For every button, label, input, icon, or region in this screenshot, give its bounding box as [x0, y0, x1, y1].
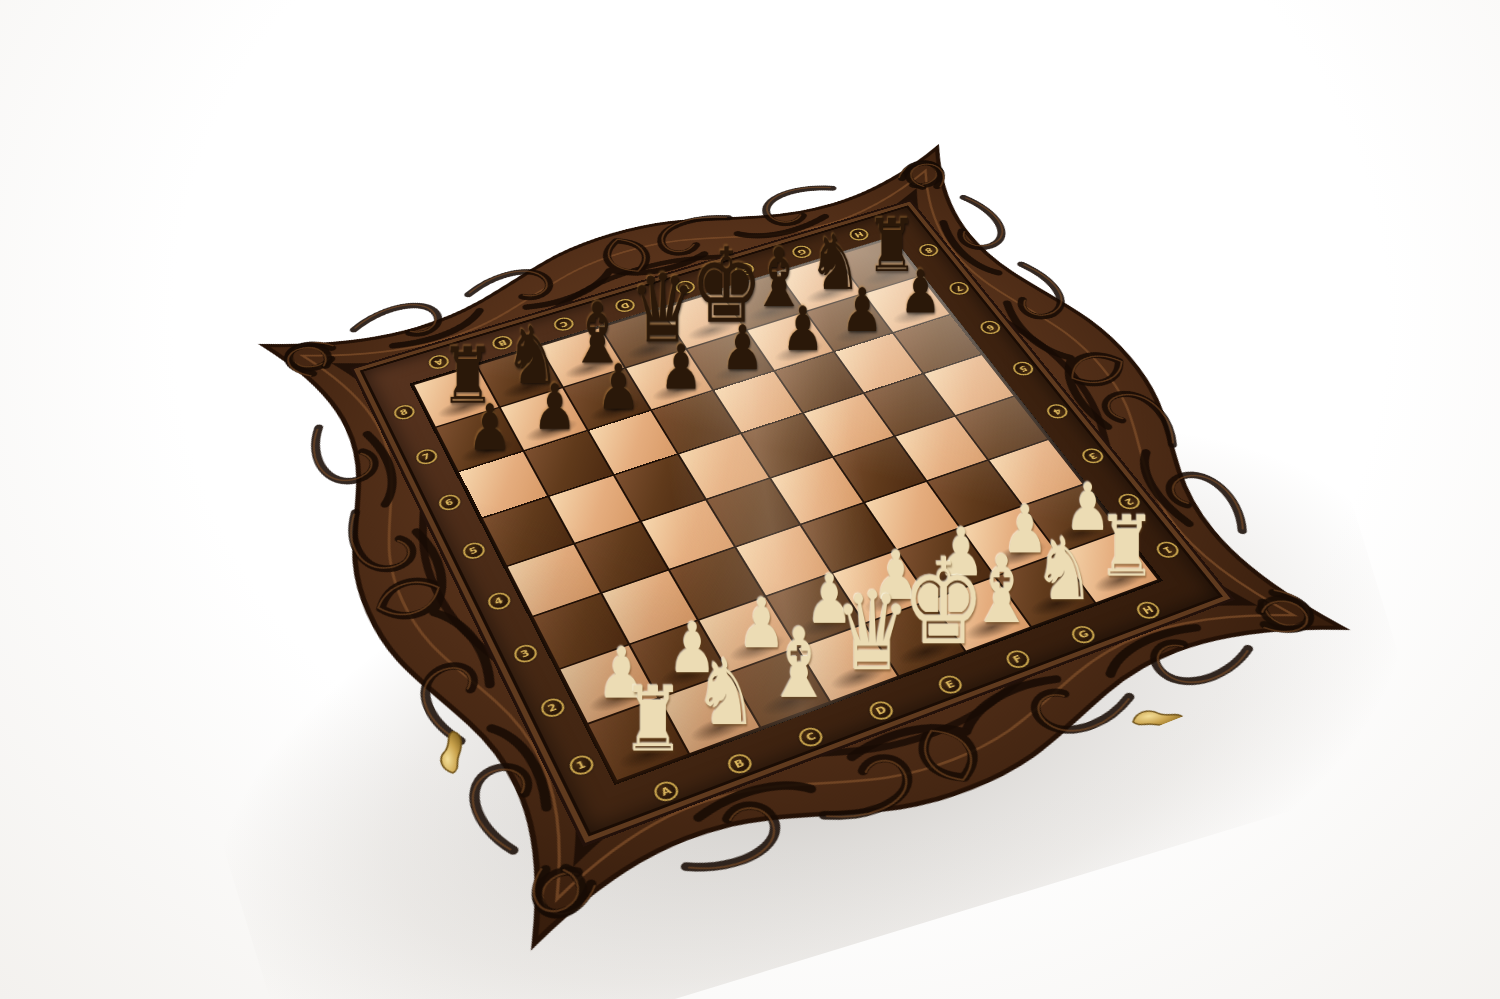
file-label-c-near: C — [795, 724, 826, 749]
rank-label-5-right: 5 — [1009, 360, 1036, 378]
rank-label-4-left: 4 — [484, 590, 512, 612]
file-label-e-near: E — [934, 672, 965, 696]
black-pawn-b7[interactable]: ♟ — [529, 376, 581, 439]
black-pawn-c7[interactable]: ♟ — [593, 356, 645, 418]
square-a5[interactable] — [483, 497, 573, 565]
file-label-a-near: A — [650, 778, 681, 804]
file-label-d-near: D — [866, 698, 897, 722]
file-label-h-near: H — [1133, 599, 1164, 621]
white-queen-d1[interactable]: ♛ — [834, 578, 892, 687]
rank-label-7-right: 7 — [945, 280, 971, 297]
black-pawn-e7[interactable]: ♟ — [717, 317, 768, 378]
white-rook-a1[interactable]: ♜ — [622, 675, 682, 765]
file-label-b-near: B — [724, 751, 755, 776]
white-knight-g1[interactable]: ♞ — [1034, 526, 1090, 613]
black-pawn-h7[interactable]: ♟ — [896, 262, 945, 322]
brass-clasp-left — [438, 730, 465, 774]
rank-label-4-right: 4 — [1043, 402, 1071, 421]
rank-label-3-right: 3 — [1078, 446, 1107, 466]
white-bishop-c1[interactable]: ♝ — [765, 615, 823, 712]
black-pawn-d7[interactable]: ♟ — [655, 337, 706, 399]
photo-canvas: { "game": "chess", "scene_description": … — [0, 0, 1500, 999]
rank-label-1-right: 1 — [1152, 539, 1182, 560]
black-pawn-g7[interactable]: ♟ — [837, 280, 887, 340]
white-rook-h1[interactable]: ♜ — [1098, 505, 1154, 589]
square-a1[interactable]: ♜ — [589, 699, 688, 780]
black-pawn-f7[interactable]: ♟ — [778, 299, 828, 360]
rank-label-6-right: 6 — [977, 319, 1004, 337]
white-knight-b1[interactable]: ♞ — [694, 647, 753, 738]
black-pawn-a7[interactable]: ♟ — [464, 396, 517, 459]
white-king-e1[interactable]: ♚ — [902, 543, 959, 662]
